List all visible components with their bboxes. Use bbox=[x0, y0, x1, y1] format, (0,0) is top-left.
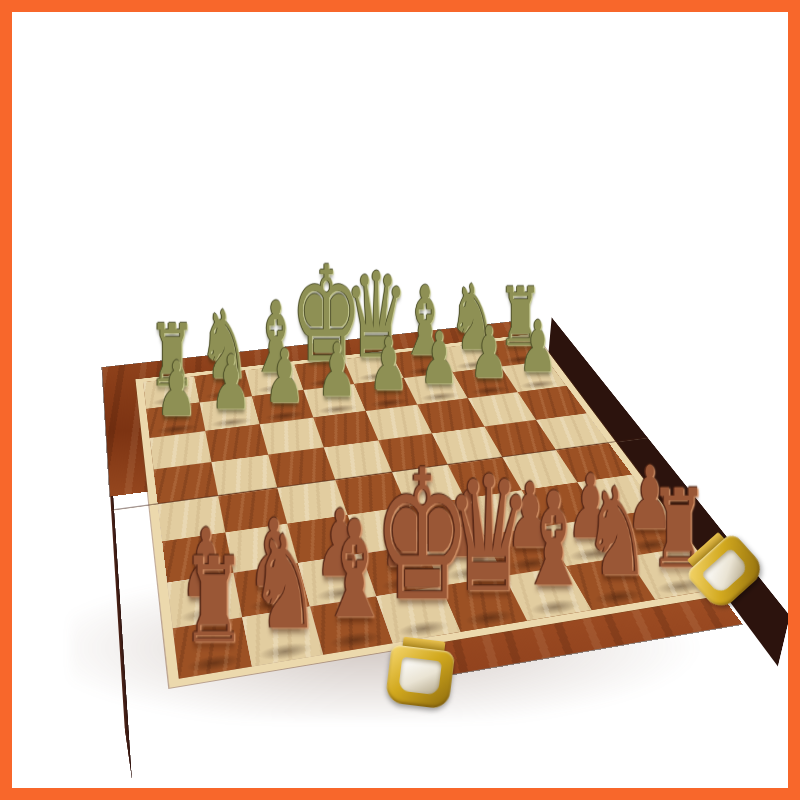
square-b1: ♞ bbox=[242, 607, 323, 667]
piece-shadow bbox=[527, 596, 583, 618]
square-a8: ♜ bbox=[143, 376, 200, 409]
square-b2: ♟ bbox=[233, 563, 310, 617]
square-a1: ♜ bbox=[173, 617, 252, 678]
front-clasp-hole bbox=[398, 657, 442, 696]
square-e1: ♛ bbox=[441, 576, 527, 632]
square-c1: ♝ bbox=[310, 596, 393, 655]
square-c6 bbox=[260, 418, 324, 455]
product-photo: ♜♞♝♚♛♝♞♜♟♟♟♟♟♟♟♟♟♟♟♟♟♟♟♟♜♞♝♚♛♝♞♜ bbox=[0, 0, 800, 800]
piece-shadow bbox=[155, 422, 198, 436]
board-border-strip: ♜♞♝♚♛♝♞♜♟♟♟♟♟♟♟♟♟♟♟♟♟♟♟♟♜♞♝♚♛♝♞♜ bbox=[135, 334, 729, 688]
square-h5 bbox=[536, 413, 608, 450]
front-clasp bbox=[385, 644, 456, 709]
square-a6 bbox=[150, 431, 212, 469]
piece-shadow bbox=[625, 536, 678, 555]
board-grid: ♜♞♝♚♛♝♞♜♟♟♟♟♟♟♟♟♟♟♟♟♟♟♟♟♜♞♝♚♛♝♞♜ bbox=[143, 338, 717, 679]
square-c5 bbox=[268, 447, 335, 487]
square-c8: ♝ bbox=[245, 365, 304, 397]
piece-shadow bbox=[257, 640, 314, 664]
piece-shadow bbox=[185, 651, 243, 676]
piece-shadow bbox=[264, 409, 307, 423]
piece-shadow bbox=[591, 586, 647, 607]
piece-shadow bbox=[327, 628, 384, 651]
piece-shadow bbox=[462, 607, 519, 629]
